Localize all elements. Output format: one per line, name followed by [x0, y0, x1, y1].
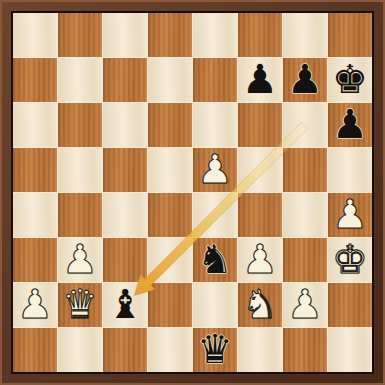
square-f1[interactable] [238, 328, 282, 372]
square-b2[interactable]: ♛ [58, 283, 102, 327]
chess-app: ♟♟♚♟♟♟♟♞♟♚♟♛♝♞♟♛ [0, 0, 385, 385]
square-a7[interactable] [13, 58, 57, 102]
square-d7[interactable] [148, 58, 192, 102]
square-h6[interactable]: ♟ [328, 103, 372, 147]
square-g8[interactable] [283, 13, 327, 57]
square-a2[interactable]: ♟ [13, 283, 57, 327]
black-pawn[interactable]: ♟ [287, 59, 323, 99]
square-e1[interactable]: ♛ [193, 328, 237, 372]
white-queen[interactable]: ♛ [62, 284, 98, 324]
square-h8[interactable] [328, 13, 372, 57]
square-b7[interactable] [58, 58, 102, 102]
square-f2[interactable]: ♞ [238, 283, 282, 327]
chess-board[interactable]: ♟♟♚♟♟♟♟♞♟♚♟♛♝♞♟♛ [13, 13, 372, 372]
square-e6[interactable] [193, 103, 237, 147]
square-g3[interactable] [283, 238, 327, 282]
square-h3[interactable]: ♚ [328, 238, 372, 282]
square-e2[interactable] [193, 283, 237, 327]
black-bishop[interactable]: ♝ [107, 284, 143, 324]
square-e4[interactable] [193, 193, 237, 237]
square-g5[interactable] [283, 148, 327, 192]
square-b8[interactable] [58, 13, 102, 57]
square-h7[interactable]: ♚ [328, 58, 372, 102]
white-pawn[interactable]: ♟ [17, 284, 53, 324]
square-e5[interactable]: ♟ [193, 148, 237, 192]
square-c2[interactable]: ♝ [103, 283, 147, 327]
square-c5[interactable] [103, 148, 147, 192]
square-a1[interactable] [13, 328, 57, 372]
square-d6[interactable] [148, 103, 192, 147]
white-pawn[interactable]: ♟ [197, 149, 233, 189]
square-a3[interactable] [13, 238, 57, 282]
square-h2[interactable] [328, 283, 372, 327]
black-pawn[interactable]: ♟ [242, 59, 278, 99]
square-e3[interactable]: ♞ [193, 238, 237, 282]
black-king[interactable]: ♚ [332, 59, 368, 99]
white-pawn[interactable]: ♟ [62, 239, 98, 279]
square-a4[interactable] [13, 193, 57, 237]
square-a8[interactable] [13, 13, 57, 57]
square-g6[interactable] [283, 103, 327, 147]
square-h5[interactable] [328, 148, 372, 192]
square-c6[interactable] [103, 103, 147, 147]
white-knight[interactable]: ♞ [242, 284, 278, 324]
square-b6[interactable] [58, 103, 102, 147]
square-d3[interactable] [148, 238, 192, 282]
square-e8[interactable] [193, 13, 237, 57]
square-a5[interactable] [13, 148, 57, 192]
square-g7[interactable]: ♟ [283, 58, 327, 102]
square-e7[interactable] [193, 58, 237, 102]
square-d8[interactable] [148, 13, 192, 57]
square-c1[interactable] [103, 328, 147, 372]
square-c8[interactable] [103, 13, 147, 57]
black-pawn[interactable]: ♟ [332, 104, 368, 144]
square-d1[interactable] [148, 328, 192, 372]
black-queen[interactable]: ♛ [197, 329, 233, 369]
square-c3[interactable] [103, 238, 147, 282]
square-f7[interactable]: ♟ [238, 58, 282, 102]
square-b1[interactable] [58, 328, 102, 372]
white-pawn[interactable]: ♟ [242, 239, 278, 279]
square-h1[interactable] [328, 328, 372, 372]
black-knight[interactable]: ♞ [197, 239, 233, 279]
square-c4[interactable] [103, 193, 147, 237]
white-pawn[interactable]: ♟ [287, 284, 323, 324]
square-f8[interactable] [238, 13, 282, 57]
white-king[interactable]: ♚ [332, 239, 368, 279]
square-f6[interactable] [238, 103, 282, 147]
square-f3[interactable]: ♟ [238, 238, 282, 282]
square-b5[interactable] [58, 148, 102, 192]
square-g2[interactable]: ♟ [283, 283, 327, 327]
white-pawn[interactable]: ♟ [332, 194, 368, 234]
square-c7[interactable] [103, 58, 147, 102]
square-f5[interactable] [238, 148, 282, 192]
square-d2[interactable] [148, 283, 192, 327]
square-g1[interactable] [283, 328, 327, 372]
square-b4[interactable] [58, 193, 102, 237]
square-d4[interactable] [148, 193, 192, 237]
square-b3[interactable]: ♟ [58, 238, 102, 282]
square-h4[interactable]: ♟ [328, 193, 372, 237]
square-g4[interactable] [283, 193, 327, 237]
square-f4[interactable] [238, 193, 282, 237]
square-a6[interactable] [13, 103, 57, 147]
square-d5[interactable] [148, 148, 192, 192]
